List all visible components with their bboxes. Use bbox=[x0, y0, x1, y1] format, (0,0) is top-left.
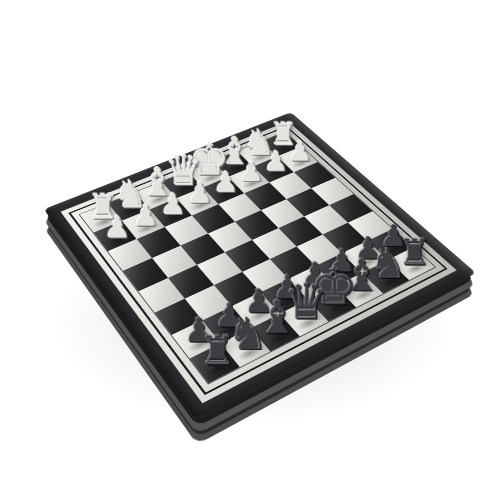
black-rook[interactable]: ♜ bbox=[185, 331, 249, 371]
board-margin: ♜♞♝♛♚♝♞♜♟♟♟♟♟♟♟♟♟♟♟♟♟♟♟♟♜♞♝♛♚♝♞♜ bbox=[61, 121, 457, 403]
product-photo: ♜♞♝♛♚♝♞♜♟♟♟♟♟♟♟♟♟♟♟♟♟♟♟♟♜♞♝♛♚♝♞♜ bbox=[0, 0, 500, 500]
silver-pawn[interactable]: ♟ bbox=[90, 213, 146, 243]
chess-board: ♜♞♝♛♚♝♞♜♟♟♟♟♟♟♟♟♟♟♟♟♟♟♟♟♜♞♝♛♚♝♞♜ bbox=[44, 112, 476, 421]
scene: ♜♞♝♛♚♝♞♜♟♟♟♟♟♟♟♟♟♟♟♟♟♟♟♟♜♞♝♛♚♝♞♜ bbox=[0, 0, 500, 500]
square-a1[interactable]: ♜ bbox=[190, 343, 240, 383]
board-frame: ♜♞♝♛♚♝♞♜♟♟♟♟♟♟♟♟♟♟♟♟♟♟♟♟♜♞♝♛♚♝♞♜ bbox=[44, 112, 476, 421]
